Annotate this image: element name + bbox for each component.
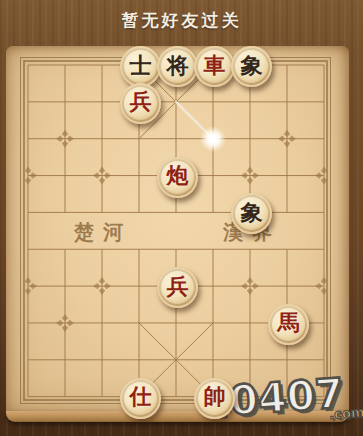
piece-red-soldier[interactable]: 兵 <box>120 83 161 124</box>
piece-glyph: 馬 <box>278 312 300 334</box>
piece-glyph: 帥 <box>204 386 226 408</box>
piece-black-advisor[interactable]: 士 <box>120 46 161 87</box>
river-label-chu: 楚河 <box>74 219 132 246</box>
xiangqi-board[interactable] <box>6 46 349 411</box>
piece-glyph: 象 <box>241 202 263 224</box>
piece-black-general[interactable]: 将 <box>157 46 198 87</box>
piece-glyph: 兵 <box>130 91 152 113</box>
page-title: 暂无好友过关 <box>0 9 363 32</box>
piece-glyph: 兵 <box>167 276 189 298</box>
piece-red-cannon[interactable]: 炮 <box>157 157 198 198</box>
piece-red-advisor[interactable]: 仕 <box>120 378 161 419</box>
app-screen: 暂无好友过关 楚河 漢界 士将車象兵炮象兵馬仕帥 40407 .com <box>0 0 363 436</box>
piece-glyph: 象 <box>241 55 263 77</box>
piece-glyph: 炮 <box>167 165 189 187</box>
piece-glyph: 車 <box>204 55 226 77</box>
piece-glyph: 仕 <box>130 386 152 408</box>
watermark-suffix: .com <box>329 405 363 422</box>
piece-glyph: 将 <box>167 55 189 77</box>
piece-red-horse[interactable]: 馬 <box>268 304 309 345</box>
piece-red-soldier[interactable]: 兵 <box>157 267 198 308</box>
piece-glyph: 士 <box>130 55 152 77</box>
piece-red-chariot[interactable]: 車 <box>194 46 235 87</box>
piece-black-elephant[interactable]: 象 <box>231 46 272 87</box>
piece-red-general[interactable]: 帥 <box>194 378 235 419</box>
move-sparkle-effect <box>200 126 226 152</box>
